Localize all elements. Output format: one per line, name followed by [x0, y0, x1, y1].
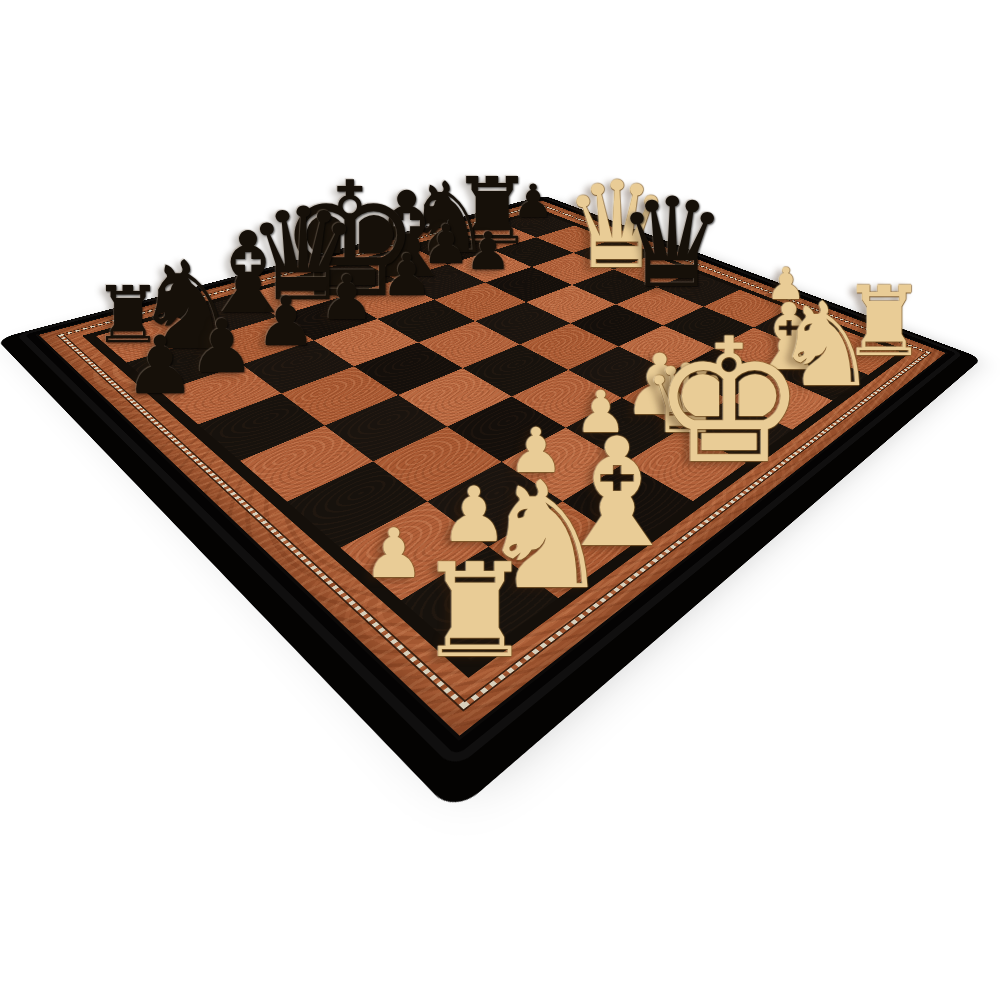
black-queen-extra[interactable]: ♛	[616, 181, 727, 305]
chess-set-photo: ♟♜♞♟♛♟♝♛♚♟♛♟♝♟♜♟♞♜♝♟♞♟♟♛♟♚♟♟♝♟♞♜	[0, 0, 1000, 1000]
pieces-layer: ♟♜♞♟♛♟♝♛♚♟♛♟♝♟♜♟♞♜♝♟♞♟♟♛♟♚♟♟♝♟♞♜	[0, 0, 1000, 1000]
black-pawn-e7[interactable]: ♟	[381, 246, 433, 304]
black-pawn-d7[interactable]: ♟	[319, 267, 375, 329]
white-pawn-a3[interactable]: ♟	[364, 520, 425, 588]
black-pawn-c7[interactable]: ♟	[256, 288, 317, 356]
black-pawn-b7[interactable]: ♟	[189, 309, 255, 383]
white-rook-a1[interactable]: ♜	[417, 546, 534, 676]
black-pawn-a7[interactable]: ♟	[124, 326, 196, 406]
black-pawn-g7[interactable]: ♟	[465, 225, 512, 277]
